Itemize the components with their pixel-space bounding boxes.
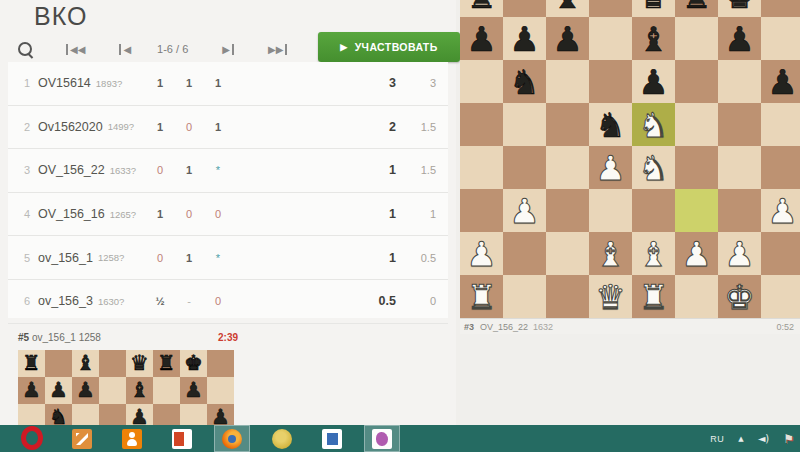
white-queen-piece: ♛ [595, 280, 625, 314]
black-bishop-piece: ♝ [130, 380, 149, 401]
board-square[interactable] [207, 377, 234, 404]
board-square[interactable]: ♝ [546, 0, 589, 17]
tiebreak-score: 1.5 [421, 121, 436, 133]
score-cell: 0 [154, 164, 166, 176]
board-square[interactable]: ♛ [632, 0, 675, 17]
rank-number: 5 [12, 252, 30, 264]
rank-number: 1 [12, 77, 30, 89]
tiebreak-score: 0 [430, 295, 436, 307]
table-row[interactable]: 4OV_156_161265?10011 [8, 193, 448, 237]
join-button[interactable]: ▶ УЧАСТВОВАТЬ [318, 32, 460, 62]
total-score: 1 [389, 207, 396, 221]
player-rating: 1265? [110, 209, 136, 220]
player-name: OV_156_22 [38, 163, 105, 177]
white-pawn-piece: ♟ [595, 151, 625, 185]
board-square[interactable] [99, 350, 126, 377]
board-square[interactable] [589, 60, 632, 103]
pagination-next-icon[interactable]: ▶ [222, 44, 234, 55]
black-knight-piece: ♞ [509, 65, 539, 99]
board-square[interactable]: ♟ [632, 60, 675, 103]
board-square[interactable]: ♟ [180, 377, 207, 404]
rank-number: 2 [12, 121, 30, 133]
tiebreak-score: 1 [430, 208, 436, 220]
office-app-taskbar-button[interactable] [164, 425, 200, 452]
featured-game-board[interactable]: ♜♝♛♜♚♟♟♟♝♟♞♟♟♞♞♟♞♟♟♟♝♝♟♟♜♛♜♚ [460, 0, 800, 318]
score-cell: 1 [212, 121, 224, 133]
black-bishop-piece: ♝ [638, 22, 668, 56]
board-square[interactable]: ♟ [72, 377, 99, 404]
board-square[interactable] [675, 189, 718, 232]
white-pawn-piece: ♟ [681, 237, 711, 271]
black-queen-piece: ♛ [638, 0, 668, 13]
table-row[interactable]: 5ov_156_11258?01*10.5 [8, 236, 448, 280]
board-square[interactable] [761, 232, 800, 275]
white-pawn-piece: ♟ [509, 194, 539, 228]
orange-app-taskbar-button[interactable] [64, 425, 100, 452]
board-square[interactable] [761, 146, 800, 189]
play-icon: ▶ [340, 42, 347, 52]
board-square[interactable] [546, 189, 589, 232]
board-square[interactable] [207, 350, 234, 377]
board-square[interactable] [460, 189, 503, 232]
round-scores: 101 [154, 121, 224, 133]
player-name: ov_156_3 [38, 294, 93, 308]
board-square[interactable]: ♟ [718, 232, 761, 275]
board-square[interactable] [153, 404, 180, 425]
board-square[interactable]: ♝ [589, 232, 632, 275]
featured-rating: 1632 [533, 322, 553, 332]
board-square[interactable] [675, 275, 718, 318]
board-square[interactable]: ♟ [761, 60, 800, 103]
hidden-icons-chevron[interactable]: ▲ [738, 435, 743, 443]
black-queen-piece: ♛ [130, 353, 149, 374]
score-cell: 1 [183, 77, 195, 89]
board-square[interactable] [589, 17, 632, 60]
total-score: 0.5 [379, 294, 396, 308]
score-cell: 1 [183, 164, 195, 176]
board-square[interactable]: ♞ [503, 60, 546, 103]
featured-clock: 0:52 [776, 322, 794, 332]
my-game-board[interactable]: ♜♝♛♜♚♟♟♟♝♟♞♟♟♞♞♟♞♟♟♟♝♝♟♟♜♛♜♚ [18, 350, 235, 425]
board-square[interactable] [675, 17, 718, 60]
purple-app-taskbar-button[interactable] [364, 425, 400, 452]
board-square[interactable] [589, 0, 632, 17]
pagination-first-icon[interactable]: ◀◀ [66, 44, 85, 55]
white-king-piece: ♚ [724, 280, 754, 314]
board-square[interactable] [503, 146, 546, 189]
standings-toolbar: ◀◀ ◀ 1-6 / 6 ▶ ▶▶ ▶ УЧАСТВОВАТЬ [10, 36, 450, 62]
board-square[interactable] [761, 275, 800, 318]
board-square[interactable] [761, 0, 800, 17]
language-indicator[interactable]: RU [710, 434, 724, 444]
board-square[interactable] [503, 103, 546, 146]
board-square[interactable]: ♞ [45, 404, 72, 425]
board-square[interactable] [546, 146, 589, 189]
standings-table: 1OV156141893?111332Ov15620201499?10121.5… [8, 62, 448, 318]
score-cell: * [212, 164, 224, 176]
board-square[interactable] [45, 350, 72, 377]
board-square[interactable] [589, 189, 632, 232]
black-bishop-piece: ♝ [552, 0, 582, 13]
tiebreak-score: 3 [430, 77, 436, 89]
black-king-piece: ♚ [184, 353, 203, 374]
board-square[interactable] [675, 60, 718, 103]
board-square[interactable] [718, 189, 761, 232]
black-pawn-piece: ♟ [724, 22, 754, 56]
my-game-board-label: #5 [18, 332, 29, 343]
score-cell: 1 [154, 77, 166, 89]
score-cell: 0 [154, 252, 166, 264]
black-pawn-piece: ♟ [211, 407, 230, 425]
board-square[interactable]: ♝ [126, 377, 153, 404]
board-square[interactable]: ♟ [589, 146, 632, 189]
board-square[interactable] [72, 404, 99, 425]
white-rook-piece: ♜ [466, 280, 496, 314]
board-square[interactable]: ♝ [632, 232, 675, 275]
pagination-prev-icon[interactable]: ◀ [119, 44, 131, 55]
black-rook-piece: ♜ [22, 353, 41, 374]
black-rook-piece: ♜ [157, 353, 176, 374]
featured-board-label: #3 [464, 322, 474, 332]
board-square[interactable]: ♜ [675, 0, 718, 17]
player-rating: 1630? [98, 296, 124, 307]
board-square[interactable]: ♜ [460, 275, 503, 318]
board-square[interactable] [718, 60, 761, 103]
total-score: 3 [389, 76, 396, 90]
black-pawn-piece: ♟ [552, 22, 582, 56]
total-score: 2 [389, 120, 396, 134]
black-knight-piece: ♞ [49, 407, 68, 425]
score-cell: ½ [154, 295, 166, 307]
board-square[interactable] [675, 146, 718, 189]
featured-game-caption[interactable]: #3 OV_156_22 1632 0:52 [460, 318, 800, 334]
board-square[interactable] [546, 275, 589, 318]
board-square[interactable] [503, 232, 546, 275]
volume-icon[interactable]: ◄) [758, 433, 770, 444]
score-cell: 1 [183, 252, 195, 264]
board-square[interactable] [503, 0, 546, 17]
round-scores: 111 [154, 77, 224, 89]
board-square[interactable] [460, 103, 503, 146]
board-square[interactable]: ♟ [207, 404, 234, 425]
board-square[interactable] [153, 377, 180, 404]
my-game-rating: 1258 [79, 332, 101, 343]
player-name: OV15614 [38, 76, 91, 90]
score-cell: 0 [212, 208, 224, 220]
score-cell: 0 [183, 121, 195, 133]
odnoklassniki-taskbar-button[interactable] [114, 425, 150, 452]
board-square[interactable]: ♜ [460, 0, 503, 17]
rank-number: 4 [12, 208, 30, 220]
taskbar [0, 425, 800, 452]
board-square[interactable] [99, 377, 126, 404]
board-square[interactable] [718, 146, 761, 189]
board-square[interactable]: ♛ [126, 350, 153, 377]
black-pawn-piece: ♟ [22, 380, 41, 401]
board-square[interactable]: ♟ [503, 17, 546, 60]
score-cell: 0 [183, 208, 195, 220]
featured-player: OV_156_22 [480, 322, 528, 332]
white-rook-piece: ♜ [638, 280, 668, 314]
board-square[interactable]: ♟ [18, 377, 45, 404]
tiebreak-score: 0.5 [421, 252, 436, 264]
black-rook-piece: ♜ [681, 0, 711, 13]
board-square[interactable]: ♝ [72, 350, 99, 377]
odnoklassniki-icon [122, 429, 142, 449]
rank-number: 3 [12, 164, 30, 176]
board-square[interactable]: ♟ [460, 232, 503, 275]
white-pawn-piece: ♟ [466, 237, 496, 271]
score-cell: - [183, 295, 195, 307]
board-square[interactable]: ♟ [460, 17, 503, 60]
yellow-app-icon [272, 429, 292, 449]
table-row[interactable]: 6ov_156_31630?½-00.50 [8, 280, 448, 324]
yellow-app-taskbar-button[interactable] [264, 425, 300, 452]
board-square[interactable] [675, 103, 718, 146]
board-square[interactable]: ♟ [761, 189, 800, 232]
board-square[interactable] [632, 189, 675, 232]
round-scores: 01* [154, 252, 224, 264]
score-cell: * [212, 252, 224, 264]
my-game-header[interactable]: #5 ov_156_1 1258 2:39 [18, 332, 238, 348]
board-square[interactable] [99, 404, 126, 425]
table-row[interactable]: 2Ov15620201499?10121.5 [8, 106, 448, 150]
board-square[interactable]: ♞ [589, 103, 632, 146]
page-title: ВКО [34, 2, 87, 31]
score-cell: 0 [212, 295, 224, 307]
board-square[interactable] [761, 103, 800, 146]
black-knight-piece: ♞ [595, 108, 625, 142]
board-square[interactable]: ♜ [632, 275, 675, 318]
black-pawn-piece: ♟ [466, 22, 496, 56]
board-square[interactable]: ♟ [126, 404, 153, 425]
score-cell: 1 [154, 121, 166, 133]
board-square[interactable] [180, 404, 207, 425]
board-square[interactable] [460, 60, 503, 103]
pagination-last-icon[interactable]: ▶▶ [268, 44, 287, 55]
firefox-taskbar-button[interactable] [214, 425, 250, 452]
orange-app-icon [72, 429, 92, 449]
opera-taskbar-button[interactable] [14, 425, 50, 452]
black-bishop-piece: ♝ [76, 353, 95, 374]
black-pawn-piece: ♟ [509, 22, 539, 56]
player-rating: 1633? [110, 165, 136, 176]
black-pawn-piece: ♟ [638, 65, 668, 99]
black-rook-piece: ♜ [466, 0, 496, 13]
board-square[interactable]: ♞ [632, 146, 675, 189]
white-pawn-piece: ♟ [724, 237, 754, 271]
score-cell: 1 [154, 208, 166, 220]
total-score: 1 [389, 251, 396, 265]
board-square[interactable]: ♚ [180, 350, 207, 377]
player-name: OV_156_16 [38, 207, 105, 221]
join-button-label: УЧАСТВОВАТЬ [355, 41, 438, 53]
black-pawn-piece: ♟ [49, 380, 68, 401]
table-row[interactable]: 1OV156141893?11133 [8, 62, 448, 106]
board-square[interactable]: ♝ [632, 17, 675, 60]
board-square[interactable]: ♟ [503, 189, 546, 232]
white-bishop-piece: ♝ [638, 237, 668, 271]
my-game-player: ov_156_1 [32, 332, 76, 343]
black-pawn-piece: ♟ [767, 65, 797, 99]
player-rating: 1499? [108, 121, 134, 132]
player-rating: 1893? [96, 78, 122, 89]
action-center-flag-icon[interactable]: ⚑ [783, 432, 794, 446]
firefox-icon [222, 429, 242, 449]
board-square[interactable]: ♚ [718, 0, 761, 17]
player-rating: 1258? [98, 252, 124, 263]
board-square[interactable] [503, 275, 546, 318]
opera-icon [21, 426, 43, 450]
purple-app-icon [372, 429, 392, 449]
board-square[interactable]: ♜ [153, 350, 180, 377]
document-app-taskbar-button[interactable] [314, 425, 350, 452]
round-scores: 100 [154, 208, 224, 220]
black-king-piece: ♚ [724, 0, 754, 13]
white-bishop-piece: ♝ [595, 237, 625, 271]
black-pawn-piece: ♟ [130, 407, 149, 425]
total-score: 1 [389, 163, 396, 177]
board-square[interactable]: ♟ [718, 17, 761, 60]
player-name: Ov1562020 [38, 120, 103, 134]
board-square[interactable] [546, 60, 589, 103]
board-square[interactable]: ♞ [632, 103, 675, 146]
round-scores: 01* [154, 164, 224, 176]
search-icon[interactable] [18, 42, 32, 56]
tournament-panel: ВКО ◀◀ ◀ 1-6 / 6 ▶ ▶▶ ▶ УЧАСТВОВАТЬ 1OV1… [0, 0, 456, 425]
board-square[interactable]: ♚ [718, 275, 761, 318]
black-pawn-piece: ♟ [184, 380, 203, 401]
board-square[interactable]: ♟ [45, 377, 72, 404]
office-app-icon [172, 429, 192, 449]
board-square[interactable] [18, 404, 45, 425]
score-cell: 1 [212, 77, 224, 89]
board-square[interactable] [718, 103, 761, 146]
board-square[interactable]: ♜ [18, 350, 45, 377]
white-knight-piece: ♞ [638, 151, 668, 185]
board-square[interactable]: ♟ [546, 17, 589, 60]
tiebreak-score: 1.5 [421, 164, 436, 176]
white-pawn-piece: ♟ [767, 194, 797, 228]
board-square[interactable] [546, 232, 589, 275]
system-tray: RU ▲ ◄) ⚑ [710, 425, 794, 452]
board-square[interactable] [546, 103, 589, 146]
document-app-icon [322, 429, 342, 449]
board-square[interactable] [460, 146, 503, 189]
pagination-range: 1-6 / 6 [157, 43, 188, 55]
board-square[interactable] [761, 17, 800, 60]
white-knight-piece: ♞ [638, 108, 668, 142]
my-game-clock: 2:39 [218, 332, 238, 343]
round-scores: ½-0 [154, 295, 224, 307]
table-row[interactable]: 3OV_156_221633?01*11.5 [8, 149, 448, 193]
board-square[interactable]: ♟ [675, 232, 718, 275]
black-pawn-piece: ♟ [76, 380, 95, 401]
rank-number: 6 [12, 295, 30, 307]
board-square[interactable]: ♛ [589, 275, 632, 318]
player-name: ov_156_1 [38, 251, 93, 265]
